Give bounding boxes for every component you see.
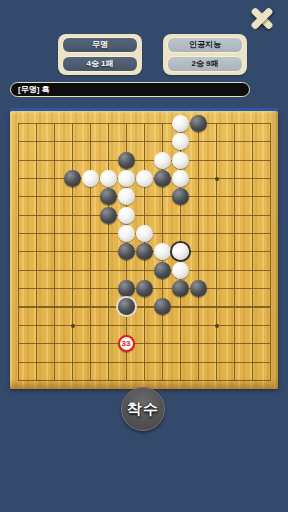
- white-stone: [118, 207, 135, 224]
- player-record: 4승 1패: [86, 60, 113, 68]
- close-button[interactable]: [248, 5, 276, 32]
- white-stone-last-move: [172, 243, 189, 260]
- black-stone: [100, 207, 117, 224]
- ai-name: 인공지능: [189, 41, 221, 49]
- black-stone-last-move: [118, 298, 135, 315]
- white-stone: [172, 115, 189, 132]
- white-stone: [136, 225, 153, 242]
- pending-move-marker[interactable]: 33: [118, 335, 135, 352]
- black-stone: [118, 152, 135, 169]
- black-stone: [118, 243, 135, 260]
- white-stone: [154, 243, 171, 260]
- status-message: [무명] 흑: [18, 84, 50, 95]
- status-bar: [무명] 흑: [10, 82, 250, 97]
- black-stone: [100, 188, 117, 205]
- white-stone: [118, 188, 135, 205]
- white-stone: [100, 170, 117, 187]
- white-stone: [136, 170, 153, 187]
- place-stone-button[interactable]: 착수: [121, 387, 165, 431]
- player-panel-ai: 인공지능 2승 9패: [163, 34, 247, 75]
- player-record-badge: 4승 1패: [62, 56, 138, 72]
- white-stone: [82, 170, 99, 187]
- white-stone: [118, 225, 135, 242]
- white-stone: [172, 170, 189, 187]
- black-stone: [136, 243, 153, 260]
- black-stone: [64, 170, 81, 187]
- black-stone: [172, 188, 189, 205]
- player-name-badge: 무명: [62, 37, 138, 53]
- black-stone: [190, 115, 207, 132]
- ai-record-badge: 2승 9패: [167, 56, 243, 72]
- white-stone: [154, 152, 171, 169]
- player-panel-human: 무명 4승 1패: [58, 34, 142, 75]
- game-board[interactable]: 33: [10, 111, 278, 389]
- black-stone: [118, 280, 135, 297]
- white-stone: [172, 133, 189, 150]
- place-stone-label: 착수: [127, 400, 159, 419]
- black-stone: [154, 262, 171, 279]
- white-stone: [172, 262, 189, 279]
- black-stone: [190, 280, 207, 297]
- black-stone: [154, 170, 171, 187]
- star-point: [71, 324, 75, 328]
- star-point: [215, 177, 219, 181]
- star-point: [215, 324, 219, 328]
- player-name: 무명: [92, 41, 108, 49]
- ai-name-badge: 인공지능: [167, 37, 243, 53]
- ai-record: 2승 9패: [191, 60, 218, 68]
- game-screen: 무명 4승 1패 인공지능 2승 9패 [무명] 흑 33 착수: [0, 0, 288, 512]
- white-stone: [118, 170, 135, 187]
- white-stone: [172, 152, 189, 169]
- black-stone: [154, 298, 171, 315]
- black-stone: [136, 280, 153, 297]
- black-stone: [172, 280, 189, 297]
